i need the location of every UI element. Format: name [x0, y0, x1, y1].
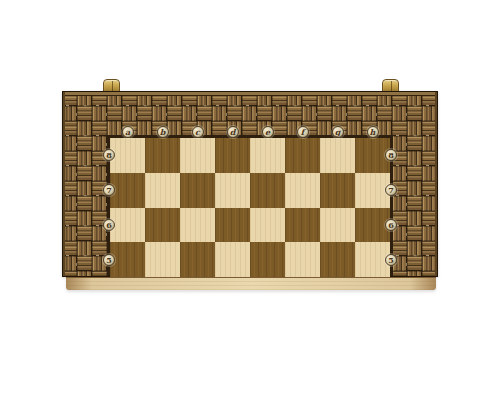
square-d5 [215, 242, 250, 277]
rank-label-left-7: 7 [103, 184, 115, 196]
square-b6 [145, 208, 180, 243]
square-g6 [320, 208, 355, 243]
square-e5 [250, 242, 285, 277]
label-cell: e [250, 125, 285, 139]
file-label-g: g [332, 126, 344, 138]
rank-label-left-5: 5 [103, 254, 115, 266]
square-g7 [320, 173, 355, 208]
square-g5 [320, 242, 355, 277]
square-e6 [250, 208, 285, 243]
square-c5 [180, 242, 215, 277]
square-b5 [145, 242, 180, 277]
rank-label-left-6: 6 [103, 219, 115, 231]
label-cell: 7 [384, 173, 398, 208]
rank-label-right-6: 6 [385, 219, 397, 231]
product-photo: abcdefgh 8765 8765 [0, 0, 500, 400]
label-cell: 6 [102, 208, 116, 243]
square-d8 [215, 138, 250, 173]
file-label-a: a [122, 126, 134, 138]
board-squares [110, 138, 390, 277]
square-b8 [145, 138, 180, 173]
label-cell: c [180, 125, 215, 139]
square-e8 [250, 138, 285, 173]
label-cell: b [145, 125, 180, 139]
rank-label-right-8: 8 [385, 149, 397, 161]
square-c7 [180, 173, 215, 208]
rank-labels-left: 8765 [102, 138, 116, 277]
file-label-b: b [157, 126, 169, 138]
square-c6 [180, 208, 215, 243]
file-label-d: d [227, 126, 239, 138]
square-b7 [145, 173, 180, 208]
square-f8 [285, 138, 320, 173]
label-cell: 8 [102, 138, 116, 173]
square-e7 [250, 173, 285, 208]
square-f5 [285, 242, 320, 277]
label-cell: a [110, 125, 145, 139]
label-cell: h [355, 125, 390, 139]
rank-label-left-8: 8 [103, 149, 115, 161]
square-d6 [215, 208, 250, 243]
label-cell: f [285, 125, 320, 139]
rank-label-right-7: 7 [385, 184, 397, 196]
label-cell: 5 [384, 242, 398, 277]
file-label-c: c [192, 126, 204, 138]
label-cell: d [215, 125, 250, 139]
file-labels: abcdefgh [110, 125, 390, 139]
square-d7 [215, 173, 250, 208]
rank-label-right-5: 5 [385, 254, 397, 266]
label-cell: 7 [102, 173, 116, 208]
file-label-e: e [262, 126, 274, 138]
label-cell: 5 [102, 242, 116, 277]
label-cell: 6 [384, 208, 398, 243]
square-c8 [180, 138, 215, 173]
file-label-f: f [297, 126, 309, 138]
label-cell: 8 [384, 138, 398, 173]
folded-half-edge [66, 277, 436, 290]
rank-labels-right: 8765 [384, 138, 398, 277]
square-g8 [320, 138, 355, 173]
chess-board: abcdefgh 8765 8765 [62, 91, 438, 277]
square-f6 [285, 208, 320, 243]
label-cell: g [320, 125, 355, 139]
square-f7 [285, 173, 320, 208]
file-label-h: h [367, 126, 379, 138]
